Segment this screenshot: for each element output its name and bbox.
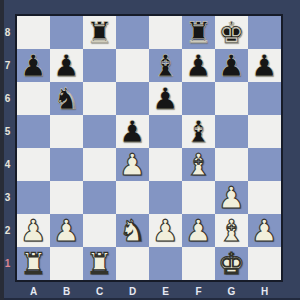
- white-king-g1[interactable]: ♚: [218, 247, 245, 280]
- square-c2[interactable]: [83, 214, 116, 247]
- square-g7[interactable]: ♟: [215, 49, 248, 82]
- white-pawn-h2[interactable]: ♟: [251, 214, 278, 247]
- white-knight-d2[interactable]: ♞: [119, 214, 146, 247]
- black-knight-b6[interactable]: ♞: [53, 82, 80, 115]
- square-d5[interactable]: ♟: [116, 115, 149, 148]
- rank-label-3: 3: [0, 181, 15, 214]
- square-d7[interactable]: [116, 49, 149, 82]
- black-pawn-e6[interactable]: ♟: [152, 82, 179, 115]
- file-label-b: B: [50, 283, 83, 299]
- white-bishop-f4[interactable]: ♝: [185, 148, 212, 181]
- square-h8[interactable]: [248, 16, 281, 49]
- black-pawn-g7[interactable]: ♟: [218, 49, 245, 82]
- white-bishop-g2[interactable]: ♝: [218, 214, 245, 247]
- black-bishop-f5[interactable]: ♝: [185, 115, 212, 148]
- black-bishop-e7[interactable]: ♝: [152, 49, 179, 82]
- square-d4[interactable]: ♟: [116, 148, 149, 181]
- square-h4[interactable]: [248, 148, 281, 181]
- square-c5[interactable]: [83, 115, 116, 148]
- rank-label-7: 7: [0, 49, 15, 82]
- square-f7[interactable]: ♟: [182, 49, 215, 82]
- square-f5[interactable]: ♝: [182, 115, 215, 148]
- rank-label-2: 2: [0, 214, 15, 247]
- square-e7[interactable]: ♝: [149, 49, 182, 82]
- square-b4[interactable]: [50, 148, 83, 181]
- file-label-g: G: [215, 283, 248, 299]
- square-e8[interactable]: [149, 16, 182, 49]
- square-f2[interactable]: ♟: [182, 214, 215, 247]
- file-label-h: H: [248, 283, 281, 299]
- square-a7[interactable]: ♟: [17, 49, 50, 82]
- square-h5[interactable]: [248, 115, 281, 148]
- square-a5[interactable]: [17, 115, 50, 148]
- white-pawn-f2[interactable]: ♟: [185, 214, 212, 247]
- black-pawn-f7[interactable]: ♟: [185, 49, 212, 82]
- file-label-f: F: [182, 283, 215, 299]
- square-f8[interactable]: ♜: [182, 16, 215, 49]
- white-rook-c1[interactable]: ♜: [86, 247, 113, 280]
- square-e6[interactable]: ♟: [149, 82, 182, 115]
- square-c1[interactable]: ♜: [83, 247, 116, 280]
- black-pawn-b7[interactable]: ♟: [53, 49, 80, 82]
- square-d6[interactable]: [116, 82, 149, 115]
- file-label-e: E: [149, 283, 182, 299]
- chess-board: ♜♜♚♟♟♝♟♟♟♞♟♟♝♟♝♟♟♟♞♟♟♝♟♜♜♚: [15, 14, 283, 282]
- square-c4[interactable]: [83, 148, 116, 181]
- square-g3[interactable]: ♟: [215, 181, 248, 214]
- square-e3[interactable]: [149, 181, 182, 214]
- square-g2[interactable]: ♝: [215, 214, 248, 247]
- square-h1[interactable]: [248, 247, 281, 280]
- square-c7[interactable]: [83, 49, 116, 82]
- rank-label-4: 4: [0, 148, 15, 181]
- square-d2[interactable]: ♞: [116, 214, 149, 247]
- white-pawn-a2[interactable]: ♟: [20, 214, 47, 247]
- white-rook-a1[interactable]: ♜: [20, 247, 47, 280]
- black-rook-c8[interactable]: ♜: [86, 16, 113, 49]
- rank-label-5: 5: [0, 115, 15, 148]
- square-a8[interactable]: [17, 16, 50, 49]
- square-e5[interactable]: [149, 115, 182, 148]
- square-f4[interactable]: ♝: [182, 148, 215, 181]
- square-b3[interactable]: [50, 181, 83, 214]
- square-e2[interactable]: ♟: [149, 214, 182, 247]
- square-h6[interactable]: [248, 82, 281, 115]
- file-label-a: A: [17, 283, 50, 299]
- black-king-g8[interactable]: ♚: [218, 16, 245, 49]
- file-label-c: C: [83, 283, 116, 299]
- square-d3[interactable]: [116, 181, 149, 214]
- square-h7[interactable]: ♟: [248, 49, 281, 82]
- square-b6[interactable]: ♞: [50, 82, 83, 115]
- square-b8[interactable]: [50, 16, 83, 49]
- square-b5[interactable]: [50, 115, 83, 148]
- square-f3[interactable]: [182, 181, 215, 214]
- white-pawn-e2[interactable]: ♟: [152, 214, 179, 247]
- square-b1[interactable]: [50, 247, 83, 280]
- square-e4[interactable]: [149, 148, 182, 181]
- white-pawn-g3[interactable]: ♟: [218, 181, 245, 214]
- square-g5[interactable]: [215, 115, 248, 148]
- white-pawn-b2[interactable]: ♟: [53, 214, 80, 247]
- square-c3[interactable]: [83, 181, 116, 214]
- rank-label-1: 1: [0, 247, 15, 280]
- square-g1[interactable]: ♚: [215, 247, 248, 280]
- square-e1[interactable]: [149, 247, 182, 280]
- square-d8[interactable]: [116, 16, 149, 49]
- square-d1[interactable]: [116, 247, 149, 280]
- square-c6[interactable]: [83, 82, 116, 115]
- square-a2[interactable]: ♟: [17, 214, 50, 247]
- black-pawn-d5[interactable]: ♟: [119, 115, 146, 148]
- square-c8[interactable]: ♜: [83, 16, 116, 49]
- rank-label-8: 8: [0, 16, 15, 49]
- black-rook-f8[interactable]: ♜: [185, 16, 212, 49]
- square-b2[interactable]: ♟: [50, 214, 83, 247]
- square-g4[interactable]: [215, 148, 248, 181]
- square-g6[interactable]: [215, 82, 248, 115]
- square-b7[interactable]: ♟: [50, 49, 83, 82]
- square-f1[interactable]: [182, 247, 215, 280]
- black-pawn-a7[interactable]: ♟: [20, 49, 47, 82]
- chess-diagram: ♜♜♚♟♟♝♟♟♟♞♟♟♝♟♝♟♟♟♞♟♟♝♟♜♜♚ 87654321 ABCD…: [0, 0, 300, 300]
- square-a3[interactable]: [17, 181, 50, 214]
- square-h3[interactable]: [248, 181, 281, 214]
- file-label-d: D: [116, 283, 149, 299]
- square-h2[interactable]: ♟: [248, 214, 281, 247]
- square-g8[interactable]: ♚: [215, 16, 248, 49]
- rank-label-6: 6: [0, 82, 15, 115]
- square-f6[interactable]: [182, 82, 215, 115]
- white-pawn-d4[interactable]: ♟: [119, 148, 146, 181]
- square-a4[interactable]: [17, 148, 50, 181]
- black-pawn-h7[interactable]: ♟: [251, 49, 278, 82]
- square-a6[interactable]: [17, 82, 50, 115]
- square-a1[interactable]: ♜: [17, 247, 50, 280]
